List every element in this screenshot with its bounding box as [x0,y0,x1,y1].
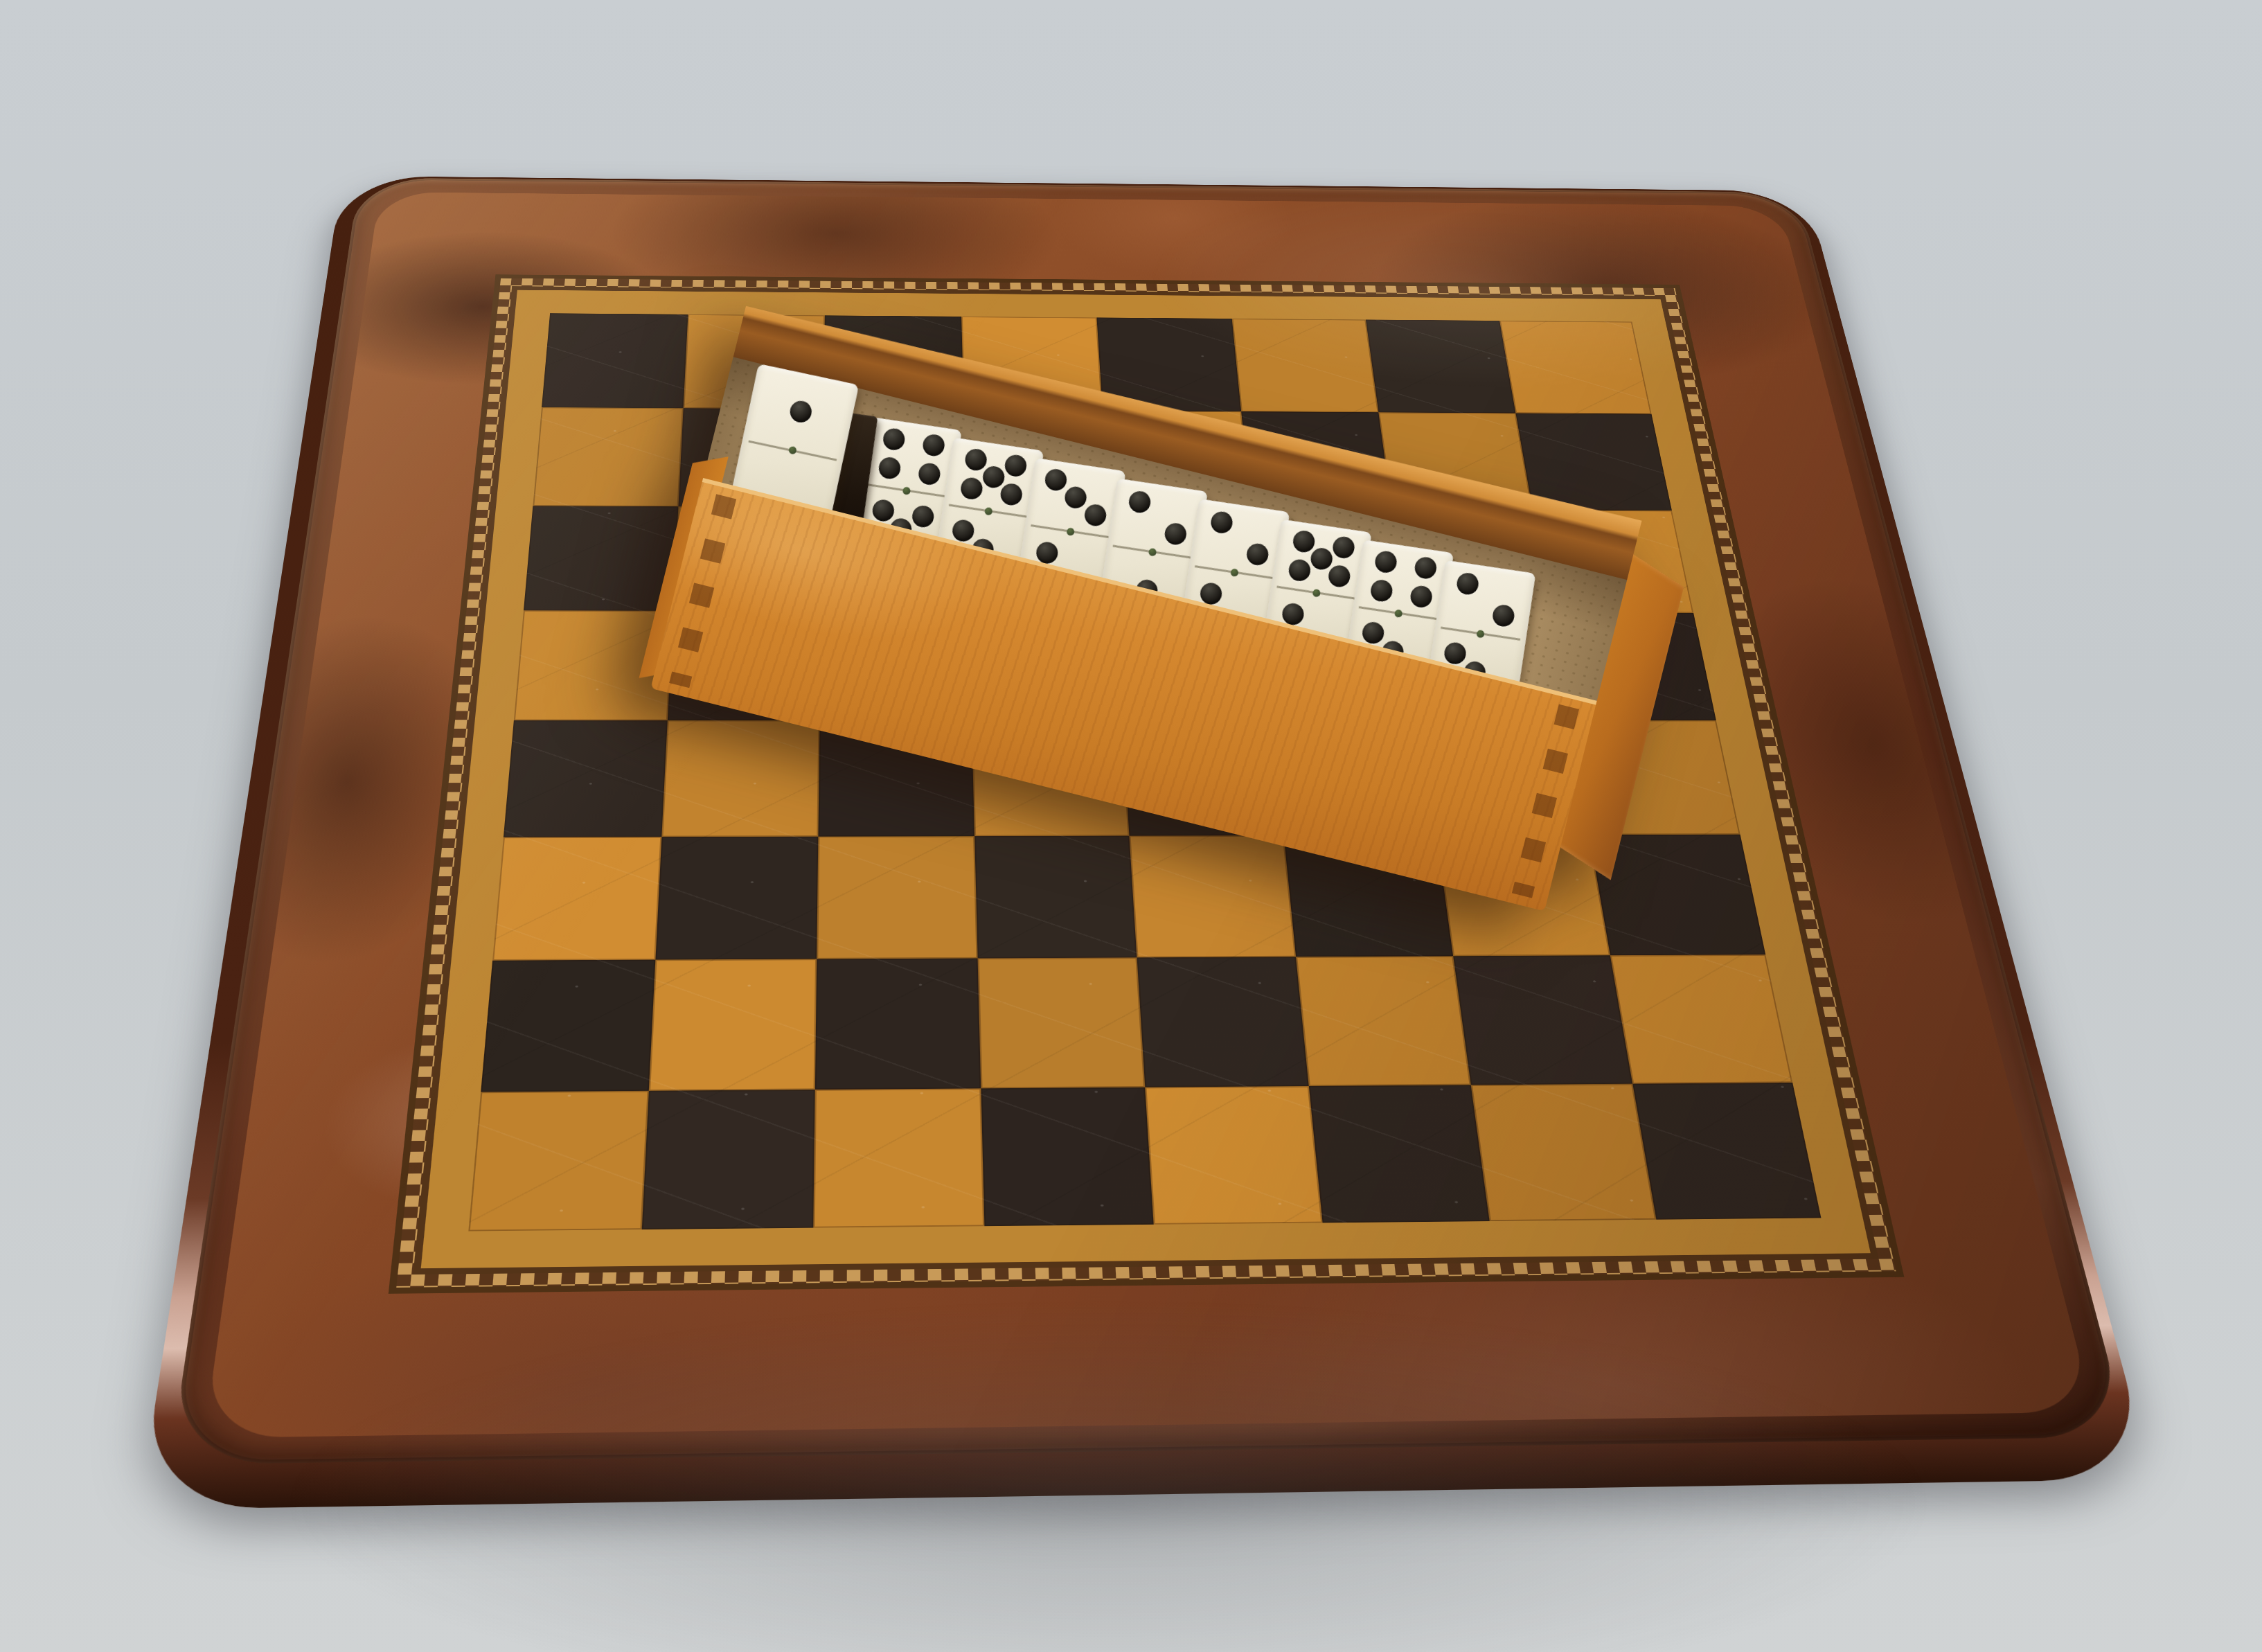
domino-spinner-dot [1476,630,1485,639]
domino-pip [911,504,935,529]
board-square [1308,1085,1490,1223]
domino-pip [951,519,975,543]
domino-pip [999,483,1024,507]
board-square [981,1087,1154,1226]
board-square [1453,955,1632,1085]
games-board [170,177,2129,1464]
board-square [533,407,683,507]
board-square [974,835,1137,958]
board-square [1137,957,1309,1087]
board-square [1145,1086,1322,1225]
domino-pip [1063,486,1087,510]
domino-pip [981,465,1006,489]
domino-pip [1245,542,1270,567]
board-square [661,720,820,837]
domino-pip [1491,604,1515,628]
board-square [977,957,1145,1088]
domino-pip [1455,571,1479,596]
domino-pip [882,427,906,452]
domino-spinner-dot [1230,568,1239,577]
domino-pip [1414,556,1438,580]
domino-pip [871,499,896,523]
board-square [1499,321,1652,414]
board-square [1366,319,1515,413]
domino-pip [788,399,814,425]
domino-pip [1361,621,1385,645]
board-square [1471,1083,1656,1221]
board-square [524,506,678,610]
domino-pip [878,456,902,480]
domino-spinner-dot [902,486,911,495]
board-square [655,836,819,959]
domino-spinner-dot [1148,548,1157,557]
domino-pip [1327,565,1351,589]
board-square [492,837,661,961]
board-square [813,1088,984,1228]
domino-pip [1331,535,1355,560]
domino-pip [1083,503,1107,527]
domino-pip [959,477,983,501]
domino-pip [1004,454,1028,478]
domino-pip [1373,550,1398,574]
domino-pip [917,462,941,486]
domino-pip [1128,490,1152,514]
domino-pip [963,447,988,472]
domino-pip [1292,529,1316,553]
board-square [1610,954,1792,1083]
domino-pip [1443,641,1468,666]
perspective-scene [0,0,2262,1652]
domino-pip [1209,510,1234,534]
board-square [817,836,977,959]
domino-pip [922,433,946,457]
domino-pip [1044,468,1068,492]
board-square [1129,835,1295,958]
board-square [648,959,817,1091]
domino-pip [1310,547,1334,571]
board-square [542,313,688,408]
board-square [641,1090,815,1229]
domino-half-a [742,364,859,460]
domino-spinner-dot [984,507,993,516]
board-square [1296,956,1471,1085]
board-square [1231,319,1378,412]
domino-spinner-dot [1394,609,1403,618]
domino-pip [1409,585,1434,609]
board-square [504,720,667,837]
board-square [1632,1083,1822,1220]
board-square [481,960,655,1092]
domino-spinner-dot [1312,589,1321,598]
domino-pip [1288,558,1312,583]
board-square [815,958,981,1089]
domino-spinner-dot [1067,527,1076,536]
board-square [468,1090,648,1231]
domino-pip [1369,579,1393,603]
domino-pip [1164,522,1188,547]
photo-backdrop [0,0,2262,1652]
